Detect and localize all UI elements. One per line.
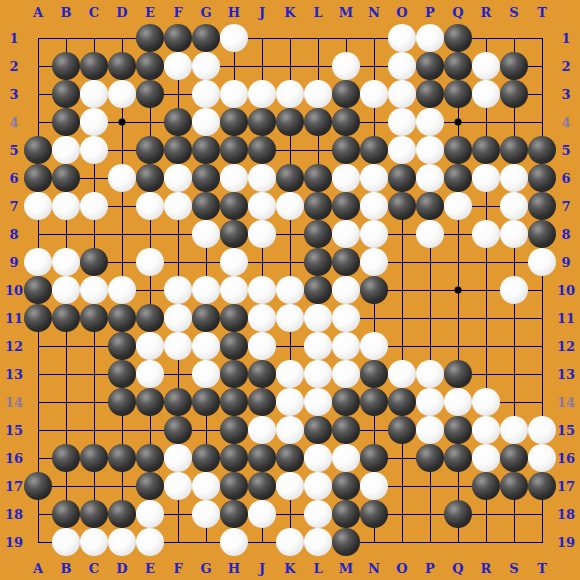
white-stone-k15[interactable] [276,416,304,444]
column-label-bottom-t: T [537,562,547,575]
white-stone-n17[interactable] [360,472,388,500]
black-stone-h16[interactable] [220,444,248,472]
white-stone-k3[interactable] [276,80,304,108]
white-stone-l19[interactable] [304,528,332,556]
black-stone-g14[interactable] [192,388,220,416]
go-board[interactable]: AABBCCDDEEFFGGHHJJKKLLMMNNOOPPQQRRSSTT11… [0,0,580,580]
white-stone-c7[interactable] [80,192,108,220]
column-label-bottom-a: A [33,562,43,575]
white-stone-r14[interactable] [472,388,500,416]
white-stone-m12[interactable] [332,332,360,360]
black-stone-j5[interactable] [248,136,276,164]
black-stone-g1[interactable] [192,24,220,52]
white-stone-g4[interactable] [192,108,220,136]
white-stone-m6[interactable] [332,164,360,192]
black-stone-l15[interactable] [304,416,332,444]
row-label-left-7: 7 [9,200,18,213]
black-stone-f1[interactable] [164,24,192,52]
white-stone-l3[interactable] [304,80,332,108]
white-stone-k7[interactable] [276,192,304,220]
white-stone-o2[interactable] [388,52,416,80]
white-stone-h10[interactable] [220,276,248,304]
black-stone-q1[interactable] [444,24,472,52]
white-stone-m16[interactable] [332,444,360,472]
black-stone-k6[interactable] [276,164,304,192]
white-stone-g10[interactable] [192,276,220,304]
white-stone-e13[interactable] [136,360,164,388]
white-stone-h6[interactable] [220,164,248,192]
black-stone-b6[interactable] [52,164,80,192]
black-stone-o6[interactable] [388,164,416,192]
white-stone-j11[interactable] [248,304,276,332]
black-stone-q16[interactable] [444,444,472,472]
black-stone-o15[interactable] [388,416,416,444]
white-stone-r6[interactable] [472,164,500,192]
black-stone-q13[interactable] [444,360,472,388]
black-stone-q15[interactable] [444,416,472,444]
white-stone-h3[interactable] [220,80,248,108]
black-stone-m4[interactable] [332,108,360,136]
row-label-right-14: 14 [557,396,575,409]
black-stone-o14[interactable] [388,388,416,416]
column-label-top-s: S [509,6,518,19]
row-label-left-14: 14 [5,396,23,409]
white-stone-b7[interactable] [52,192,80,220]
black-stone-c11[interactable] [80,304,108,332]
white-stone-o3[interactable] [388,80,416,108]
white-stone-p5[interactable] [416,136,444,164]
black-stone-m18[interactable] [332,500,360,528]
white-stone-l16[interactable] [304,444,332,472]
black-stone-j14[interactable] [248,388,276,416]
white-stone-s7[interactable] [500,192,528,220]
white-stone-f16[interactable] [164,444,192,472]
white-stone-k10[interactable] [276,276,304,304]
black-stone-h4[interactable] [220,108,248,136]
black-stone-b4[interactable] [52,108,80,136]
black-stone-m3[interactable] [332,80,360,108]
white-stone-p4[interactable] [416,108,444,136]
white-stone-s6[interactable] [500,164,528,192]
column-label-bottom-n: N [368,562,380,575]
column-label-bottom-s: S [509,562,518,575]
row-label-left-16: 16 [5,452,23,465]
black-stone-t5[interactable] [528,136,556,164]
column-label-top-c: C [89,6,99,19]
black-stone-t6[interactable] [528,164,556,192]
row-label-right-2: 2 [561,60,570,73]
row-label-left-18: 18 [5,508,23,521]
white-stone-m2[interactable] [332,52,360,80]
black-stone-m9[interactable] [332,248,360,276]
black-stone-e11[interactable] [136,304,164,332]
white-stone-m11[interactable] [332,304,360,332]
white-stone-j3[interactable] [248,80,276,108]
white-stone-h9[interactable] [220,248,248,276]
white-stone-j12[interactable] [248,332,276,360]
white-stone-l18[interactable] [304,500,332,528]
white-stone-p14[interactable] [416,388,444,416]
black-stone-a5[interactable] [24,136,52,164]
black-stone-s3[interactable] [500,80,528,108]
black-stone-h11[interactable] [220,304,248,332]
white-stone-p6[interactable] [416,164,444,192]
black-stone-p2[interactable] [416,52,444,80]
black-stone-q18[interactable] [444,500,472,528]
row-label-left-3: 3 [9,88,18,101]
white-stone-a7[interactable] [24,192,52,220]
black-stone-e3[interactable] [136,80,164,108]
black-stone-m5[interactable] [332,136,360,164]
white-stone-p8[interactable] [416,220,444,248]
black-stone-f15[interactable] [164,416,192,444]
white-stone-g17[interactable] [192,472,220,500]
black-stone-h17[interactable] [220,472,248,500]
column-label-bottom-d: D [116,562,127,575]
white-stone-f10[interactable] [164,276,192,304]
black-stone-g5[interactable] [192,136,220,164]
row-label-right-10: 10 [557,284,575,297]
white-stone-t9[interactable] [528,248,556,276]
white-stone-j6[interactable] [248,164,276,192]
black-stone-b11[interactable] [52,304,80,332]
white-stone-m10[interactable] [332,276,360,304]
black-stone-s5[interactable] [500,136,528,164]
white-stone-j18[interactable] [248,500,276,528]
black-stone-l6[interactable] [304,164,332,192]
white-stone-s15[interactable] [500,416,528,444]
white-stone-b5[interactable] [52,136,80,164]
row-label-right-17: 17 [557,480,575,493]
white-stone-o1[interactable] [388,24,416,52]
black-stone-s2[interactable] [500,52,528,80]
white-stone-g18[interactable] [192,500,220,528]
black-stone-f4[interactable] [164,108,192,136]
black-stone-s16[interactable] [500,444,528,472]
white-stone-r16[interactable] [472,444,500,472]
black-stone-j13[interactable] [248,360,276,388]
column-label-top-j: J [259,6,265,19]
white-stone-f2[interactable] [164,52,192,80]
black-stone-g6[interactable] [192,164,220,192]
row-label-left-17: 17 [5,480,23,493]
black-stone-h8[interactable] [220,220,248,248]
row-label-left-13: 13 [5,368,23,381]
black-stone-j16[interactable] [248,444,276,472]
white-stone-g13[interactable] [192,360,220,388]
white-stone-h1[interactable] [220,24,248,52]
row-label-left-12: 12 [5,340,23,353]
black-stone-m19[interactable] [332,528,360,556]
row-label-left-8: 8 [9,228,18,241]
white-stone-h19[interactable] [220,528,248,556]
white-stone-a9[interactable] [24,248,52,276]
column-label-top-e: E [145,6,155,19]
black-stone-m17[interactable] [332,472,360,500]
white-stone-e12[interactable] [136,332,164,360]
white-stone-f12[interactable] [164,332,192,360]
black-stone-e2[interactable] [136,52,164,80]
white-stone-e19[interactable] [136,528,164,556]
column-label-bottom-k: K [284,562,295,575]
black-stone-n10[interactable] [360,276,388,304]
white-stone-f7[interactable] [164,192,192,220]
white-stone-e18[interactable] [136,500,164,528]
black-stone-d12[interactable] [108,332,136,360]
white-stone-n12[interactable] [360,332,388,360]
white-stone-d6[interactable] [108,164,136,192]
black-stone-b2[interactable] [52,52,80,80]
white-stone-k19[interactable] [276,528,304,556]
black-stone-a10[interactable] [24,276,52,304]
white-stone-q14[interactable] [444,388,472,416]
white-stone-q7[interactable] [444,192,472,220]
black-stone-p16[interactable] [416,444,444,472]
row-label-left-6: 6 [9,172,18,185]
column-label-top-b: B [61,6,72,19]
black-stone-k4[interactable] [276,108,304,136]
black-stone-q3[interactable] [444,80,472,108]
column-label-top-r: R [481,6,492,19]
black-stone-a17[interactable] [24,472,52,500]
black-stone-j4[interactable] [248,108,276,136]
white-stone-j10[interactable] [248,276,276,304]
column-label-bottom-q: Q [452,562,463,575]
white-stone-n3[interactable] [360,80,388,108]
black-stone-g16[interactable] [192,444,220,472]
white-stone-f17[interactable] [164,472,192,500]
white-stone-l17[interactable] [304,472,332,500]
black-stone-l8[interactable] [304,220,332,248]
black-stone-c18[interactable] [80,500,108,528]
black-stone-e6[interactable] [136,164,164,192]
white-stone-g3[interactable] [192,80,220,108]
black-stone-l10[interactable] [304,276,332,304]
row-label-left-2: 2 [9,60,18,73]
white-stone-f6[interactable] [164,164,192,192]
white-stone-c5[interactable] [80,136,108,164]
column-label-bottom-f: F [173,562,182,575]
white-stone-d3[interactable] [108,80,136,108]
column-label-top-g: G [200,6,211,19]
white-stone-k17[interactable] [276,472,304,500]
black-stone-h14[interactable] [220,388,248,416]
black-stone-q6[interactable] [444,164,472,192]
white-stone-j7[interactable] [248,192,276,220]
column-label-bottom-l: L [313,562,322,575]
row-label-right-6: 6 [561,172,570,185]
column-label-bottom-j: J [259,562,265,575]
black-stone-h5[interactable] [220,136,248,164]
black-stone-t7[interactable] [528,192,556,220]
black-stone-t8[interactable] [528,220,556,248]
black-stone-r5[interactable] [472,136,500,164]
row-label-right-12: 12 [557,340,575,353]
white-stone-e9[interactable] [136,248,164,276]
white-stone-b9[interactable] [52,248,80,276]
row-label-left-15: 15 [5,424,23,437]
white-stone-o5[interactable] [388,136,416,164]
column-label-top-n: N [368,6,380,19]
black-stone-n14[interactable] [360,388,388,416]
white-stone-r8[interactable] [472,220,500,248]
row-label-right-13: 13 [557,368,575,381]
black-stone-e14[interactable] [136,388,164,416]
white-stone-g12[interactable] [192,332,220,360]
black-stone-e1[interactable] [136,24,164,52]
hoshi-point-q10 [455,287,462,294]
white-stone-c4[interactable] [80,108,108,136]
black-stone-n16[interactable] [360,444,388,472]
black-stone-a6[interactable] [24,164,52,192]
black-stone-l9[interactable] [304,248,332,276]
black-stone-b3[interactable] [52,80,80,108]
black-stone-g11[interactable] [192,304,220,332]
black-stone-q5[interactable] [444,136,472,164]
black-stone-s17[interactable] [500,472,528,500]
black-stone-b16[interactable] [52,444,80,472]
row-label-right-7: 7 [561,200,570,213]
row-label-right-3: 3 [561,88,570,101]
column-label-top-m: M [339,6,353,19]
white-stone-j15[interactable] [248,416,276,444]
black-stone-h7[interactable] [220,192,248,220]
black-stone-c9[interactable] [80,248,108,276]
row-label-right-8: 8 [561,228,570,241]
black-stone-h12[interactable] [220,332,248,360]
white-stone-l12[interactable] [304,332,332,360]
white-stone-m13[interactable] [332,360,360,388]
white-stone-b10[interactable] [52,276,80,304]
white-stone-n9[interactable] [360,248,388,276]
white-stone-b19[interactable] [52,528,80,556]
column-label-top-d: D [116,6,127,19]
white-stone-e7[interactable] [136,192,164,220]
white-stone-k14[interactable] [276,388,304,416]
black-stone-d16[interactable] [108,444,136,472]
white-stone-l14[interactable] [304,388,332,416]
white-stone-s8[interactable] [500,220,528,248]
column-label-bottom-c: C [89,562,99,575]
white-stone-p13[interactable] [416,360,444,388]
white-stone-d19[interactable] [108,528,136,556]
white-stone-r2[interactable] [472,52,500,80]
black-stone-h13[interactable] [220,360,248,388]
black-stone-m14[interactable] [332,388,360,416]
white-stone-c19[interactable] [80,528,108,556]
white-stone-r15[interactable] [472,416,500,444]
white-stone-k13[interactable] [276,360,304,388]
white-stone-n7[interactable] [360,192,388,220]
black-stone-e5[interactable] [136,136,164,164]
row-label-right-5: 5 [561,144,570,157]
black-stone-n13[interactable] [360,360,388,388]
hoshi-point-d4 [119,119,126,126]
column-label-top-p: P [425,6,435,19]
row-label-right-15: 15 [557,424,575,437]
black-stone-r17[interactable] [472,472,500,500]
black-stone-e16[interactable] [136,444,164,472]
black-stone-f14[interactable] [164,388,192,416]
black-stone-c16[interactable] [80,444,108,472]
black-stone-n5[interactable] [360,136,388,164]
black-stone-d14[interactable] [108,388,136,416]
white-stone-m8[interactable] [332,220,360,248]
black-stone-k16[interactable] [276,444,304,472]
white-stone-n6[interactable] [360,164,388,192]
row-label-right-9: 9 [561,256,570,269]
row-label-left-4: 4 [9,116,18,129]
row-label-left-10: 10 [5,284,23,297]
black-stone-d13[interactable] [108,360,136,388]
black-stone-l7[interactable] [304,192,332,220]
black-stone-f5[interactable] [164,136,192,164]
white-stone-s10[interactable] [500,276,528,304]
white-stone-l11[interactable] [304,304,332,332]
row-label-right-19: 19 [557,536,575,549]
row-label-left-9: 9 [9,256,18,269]
white-stone-t15[interactable] [528,416,556,444]
black-stone-b18[interactable] [52,500,80,528]
black-stone-e17[interactable] [136,472,164,500]
black-stone-h15[interactable] [220,416,248,444]
column-label-top-f: F [173,6,182,19]
white-stone-t16[interactable] [528,444,556,472]
black-stone-d2[interactable] [108,52,136,80]
row-label-right-16: 16 [557,452,575,465]
white-stone-p15[interactable] [416,416,444,444]
black-stone-h18[interactable] [220,500,248,528]
black-stone-o7[interactable] [388,192,416,220]
white-stone-n8[interactable] [360,220,388,248]
white-stone-l13[interactable] [304,360,332,388]
white-stone-d10[interactable] [108,276,136,304]
black-stone-j17[interactable] [248,472,276,500]
column-label-bottom-h: H [228,562,240,575]
black-stone-g7[interactable] [192,192,220,220]
black-stone-d11[interactable] [108,304,136,332]
white-stone-p1[interactable] [416,24,444,52]
white-stone-r3[interactable] [472,80,500,108]
black-stone-l4[interactable] [304,108,332,136]
white-stone-g2[interactable] [192,52,220,80]
black-stone-m15[interactable] [332,416,360,444]
white-stone-o13[interactable] [388,360,416,388]
white-stone-o4[interactable] [388,108,416,136]
column-label-bottom-b: B [61,562,72,575]
column-label-top-o: O [396,6,407,19]
black-stone-n18[interactable] [360,500,388,528]
white-stone-c3[interactable] [80,80,108,108]
white-stone-j8[interactable] [248,220,276,248]
white-stone-f11[interactable] [164,304,192,332]
black-stone-a11[interactable] [24,304,52,332]
black-stone-m7[interactable] [332,192,360,220]
row-label-left-11: 11 [5,312,23,325]
column-label-bottom-r: R [481,562,492,575]
white-stone-g8[interactable] [192,220,220,248]
black-stone-c2[interactable] [80,52,108,80]
black-stone-p7[interactable] [416,192,444,220]
white-stone-k11[interactable] [276,304,304,332]
white-stone-c10[interactable] [80,276,108,304]
black-stone-t17[interactable] [528,472,556,500]
row-label-left-1: 1 [9,32,18,45]
black-stone-d18[interactable] [108,500,136,528]
black-stone-q2[interactable] [444,52,472,80]
row-label-left-19: 19 [5,536,23,549]
black-stone-p3[interactable] [416,80,444,108]
